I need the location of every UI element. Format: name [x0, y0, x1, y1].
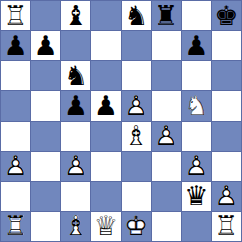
square-a8[interactable]: ♜♖: [1, 1, 30, 30]
square-b5[interactable]: [31, 91, 60, 120]
black-piece-glyph: ♟: [61, 91, 90, 120]
white-piece-outline-glyph: ♙: [122, 91, 151, 120]
square-g3[interactable]: ♟♙: [182, 152, 211, 181]
square-a7[interactable]: ♟: [1, 31, 30, 60]
piece-white-king[interactable]: ♚♔: [122, 212, 151, 241]
square-b2[interactable]: [31, 182, 60, 211]
square-b1[interactable]: [31, 212, 60, 241]
square-c7[interactable]: [61, 31, 90, 60]
square-e3[interactable]: [122, 152, 151, 181]
piece-black-bishop[interactable]: ♝: [61, 1, 90, 30]
square-c3[interactable]: ♟♙: [61, 152, 90, 181]
square-d7[interactable]: [91, 31, 120, 60]
square-d5[interactable]: ♟: [91, 91, 120, 120]
square-a4[interactable]: [1, 122, 30, 151]
square-c2[interactable]: [61, 182, 90, 211]
white-piece-outline-glyph: ♙: [1, 152, 30, 181]
square-f3[interactable]: [152, 152, 181, 181]
black-piece-glyph: ♛: [182, 182, 211, 211]
square-b7[interactable]: ♟: [31, 31, 60, 60]
piece-white-bishop[interactable]: ♝♗: [122, 122, 151, 151]
piece-black-pawn[interactable]: ♟: [182, 31, 211, 60]
square-g2[interactable]: ♛: [182, 182, 211, 211]
white-piece-outline-glyph: ♖: [1, 212, 30, 241]
square-f8[interactable]: ♜: [152, 1, 181, 30]
black-piece-glyph: ♜: [152, 1, 181, 30]
black-piece-glyph: ♟: [91, 91, 120, 120]
square-f1[interactable]: [152, 212, 181, 241]
piece-white-pawn[interactable]: ♟♙: [61, 152, 90, 181]
piece-black-pawn[interactable]: ♟: [1, 31, 30, 60]
piece-black-knight[interactable]: ♞: [122, 1, 151, 30]
black-piece-glyph: ♝: [61, 1, 90, 30]
square-h8[interactable]: ♚: [212, 1, 241, 30]
square-e5[interactable]: ♟♙: [122, 91, 151, 120]
square-e1[interactable]: ♚♔: [122, 212, 151, 241]
square-d1[interactable]: ♛♕: [91, 212, 120, 241]
square-a3[interactable]: ♟♙: [1, 152, 30, 181]
square-c4[interactable]: [61, 122, 90, 151]
black-piece-glyph: ♟: [1, 31, 30, 60]
square-f7[interactable]: [152, 31, 181, 60]
square-g1[interactable]: [182, 212, 211, 241]
square-f4[interactable]: ♟♙: [152, 122, 181, 151]
piece-black-pawn[interactable]: ♟: [61, 91, 90, 120]
square-d2[interactable]: [91, 182, 120, 211]
black-piece-glyph: ♟: [182, 31, 211, 60]
square-g7[interactable]: ♟: [182, 31, 211, 60]
black-piece-glyph: ♚: [212, 1, 241, 30]
square-b4[interactable]: [31, 122, 60, 151]
chess-board: ♜♖♝♞♜♚♟♟♟♞♟♟♟♙♞♘♝♗♟♙♟♙♟♙♟♙♛♟♙♜♖♝♗♛♕♚♔♜♖: [0, 0, 242, 242]
square-e2[interactable]: [122, 182, 151, 211]
piece-white-queen[interactable]: ♛♕: [91, 212, 120, 241]
square-g4[interactable]: [182, 122, 211, 151]
white-piece-outline-glyph: ♙: [182, 152, 211, 181]
piece-white-pawn[interactable]: ♟♙: [212, 182, 241, 211]
square-h3[interactable]: [212, 152, 241, 181]
square-g5[interactable]: ♞♘: [182, 91, 211, 120]
white-piece-outline-glyph: ♙: [212, 182, 241, 211]
square-h5[interactable]: [212, 91, 241, 120]
white-piece-outline-glyph: ♗: [122, 122, 151, 151]
piece-black-king[interactable]: ♚: [212, 1, 241, 30]
piece-black-knight[interactable]: ♞: [61, 61, 90, 90]
square-h7[interactable]: [212, 31, 241, 60]
piece-black-pawn[interactable]: ♟: [91, 91, 120, 120]
white-piece-outline-glyph: ♙: [152, 122, 181, 151]
piece-black-rook[interactable]: ♜: [152, 1, 181, 30]
white-piece-outline-glyph: ♗: [61, 212, 90, 241]
white-piece-outline-glyph: ♙: [61, 152, 90, 181]
piece-black-queen[interactable]: ♛: [182, 182, 211, 211]
square-h2[interactable]: ♟♙: [212, 182, 241, 211]
square-h1[interactable]: ♜♖: [212, 212, 241, 241]
square-a1[interactable]: ♜♖: [1, 212, 30, 241]
square-a6[interactable]: [1, 61, 30, 90]
square-e6[interactable]: [122, 61, 151, 90]
black-piece-glyph: ♞: [122, 1, 151, 30]
square-g6[interactable]: [182, 61, 211, 90]
square-b6[interactable]: [31, 61, 60, 90]
piece-white-knight[interactable]: ♞♘: [182, 91, 211, 120]
piece-white-rook[interactable]: ♜♖: [1, 1, 30, 30]
square-b3[interactable]: [31, 152, 60, 181]
square-f5[interactable]: [152, 91, 181, 120]
square-a2[interactable]: [1, 182, 30, 211]
square-d8[interactable]: [91, 1, 120, 30]
square-g8[interactable]: [182, 1, 211, 30]
square-c5[interactable]: ♟: [61, 91, 90, 120]
piece-white-pawn[interactable]: ♟♙: [1, 152, 30, 181]
square-d6[interactable]: [91, 61, 120, 90]
square-c8[interactable]: ♝: [61, 1, 90, 30]
black-piece-glyph: ♟: [31, 31, 60, 60]
piece-white-rook[interactable]: ♜♖: [1, 212, 30, 241]
piece-black-pawn[interactable]: ♟: [31, 31, 60, 60]
piece-white-pawn[interactable]: ♟♙: [152, 122, 181, 151]
square-a5[interactable]: [1, 91, 30, 120]
square-h4[interactable]: [212, 122, 241, 151]
square-e7[interactable]: [122, 31, 151, 60]
square-c1[interactable]: ♝♗: [61, 212, 90, 241]
square-d4[interactable]: [91, 122, 120, 151]
white-piece-outline-glyph: ♘: [182, 91, 211, 120]
piece-white-pawn[interactable]: ♟♙: [182, 152, 211, 181]
piece-white-bishop[interactable]: ♝♗: [61, 212, 90, 241]
square-h6[interactable]: [212, 61, 241, 90]
white-piece-outline-glyph: ♖: [212, 212, 241, 241]
black-piece-glyph: ♞: [61, 61, 90, 90]
square-d3[interactable]: [91, 152, 120, 181]
square-f6[interactable]: [152, 61, 181, 90]
white-piece-outline-glyph: ♖: [1, 1, 30, 30]
square-e4[interactable]: ♝♗: [122, 122, 151, 151]
square-f2[interactable]: [152, 182, 181, 211]
white-piece-outline-glyph: ♔: [122, 212, 151, 241]
piece-white-rook[interactable]: ♜♖: [212, 212, 241, 241]
square-c6[interactable]: ♞: [61, 61, 90, 90]
square-e8[interactable]: ♞: [122, 1, 151, 30]
square-b8[interactable]: [31, 1, 60, 30]
white-piece-outline-glyph: ♕: [91, 212, 120, 241]
piece-white-pawn[interactable]: ♟♙: [122, 91, 151, 120]
